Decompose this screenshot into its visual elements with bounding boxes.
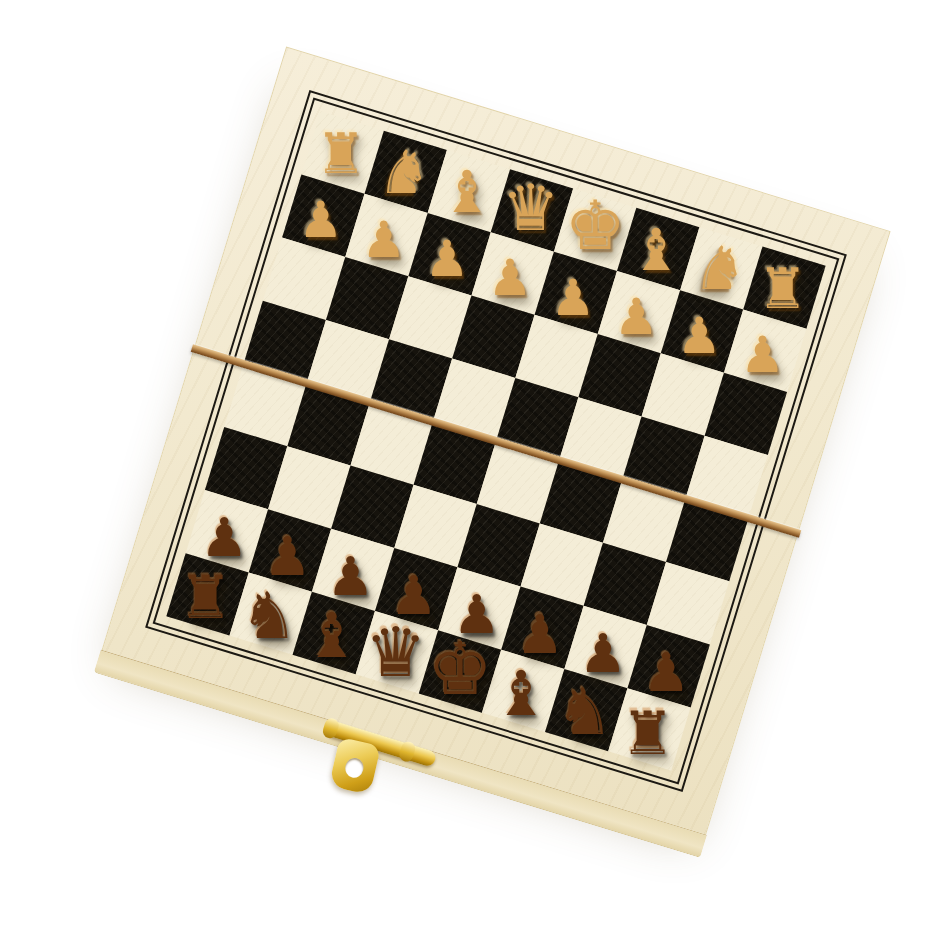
dark-bishop[interactable]: ♝ — [304, 607, 360, 664]
light-pawn[interactable]: ♟ — [614, 294, 659, 340]
light-knight[interactable]: ♞ — [693, 241, 747, 296]
light-pawn[interactable]: ♟ — [740, 332, 785, 378]
light-bishop[interactable]: ♝ — [630, 223, 682, 276]
light-pawn[interactable]: ♟ — [550, 274, 595, 320]
light-pawn[interactable]: ♟ — [487, 255, 532, 301]
dark-pawn[interactable]: ♟ — [579, 629, 627, 678]
clasp-hasp-keyhole — [329, 737, 381, 795]
dark-pawn[interactable]: ♟ — [263, 532, 311, 581]
dark-pawn[interactable]: ♟ — [200, 513, 248, 562]
dark-pawn[interactable]: ♟ — [326, 552, 374, 601]
dark-knight[interactable]: ♞ — [556, 683, 614, 742]
dark-queen[interactable]: ♛ — [365, 621, 426, 684]
dark-rook[interactable]: ♜ — [179, 571, 233, 626]
brass-clasp — [304, 720, 445, 841]
wooden-box: ♜♞♝♛♚♝♞♜♟♟♟♟♟♟♟♟♟♟♟♟♟♟♟♟♜♞♝♛♚♝♞♜ — [101, 46, 890, 835]
light-pawn[interactable]: ♟ — [361, 217, 406, 263]
light-rook[interactable]: ♜ — [757, 264, 807, 316]
light-pawn[interactable]: ♟ — [298, 197, 343, 243]
dark-bishop[interactable]: ♝ — [493, 665, 549, 722]
light-pawn[interactable]: ♟ — [677, 313, 722, 359]
square[interactable]: ♚ — [419, 630, 501, 712]
dark-pawn[interactable]: ♟ — [516, 610, 564, 659]
dark-pawn[interactable]: ♟ — [642, 648, 690, 697]
light-queen[interactable]: ♛ — [502, 179, 559, 238]
clasp-hole — [343, 756, 365, 780]
light-king[interactable]: ♚ — [564, 195, 625, 258]
square[interactable]: ♚ — [554, 189, 636, 271]
light-rook[interactable]: ♜ — [315, 129, 365, 181]
dark-king[interactable]: ♚ — [427, 637, 492, 704]
light-bishop[interactable]: ♝ — [441, 166, 493, 219]
light-pawn[interactable]: ♟ — [424, 236, 469, 282]
dark-rook[interactable]: ♜ — [620, 706, 674, 761]
dark-knight[interactable]: ♞ — [240, 586, 298, 645]
scene: ♜♞♝♛♚♝♞♜♟♟♟♟♟♟♟♟♟♟♟♟♟♟♟♟♜♞♝♛♚♝♞♜ — [0, 0, 950, 950]
square[interactable]: ♛ — [356, 611, 438, 693]
light-knight[interactable]: ♞ — [377, 144, 431, 199]
